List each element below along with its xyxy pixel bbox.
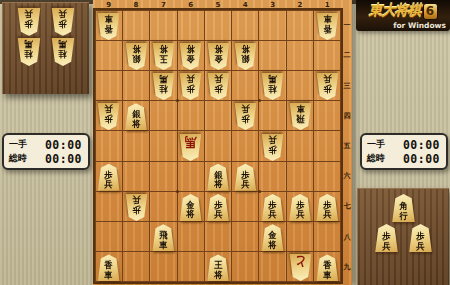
board-square[interactable]: [314, 41, 341, 71]
board-square[interactable]: [178, 131, 205, 161]
hand-piece-gote[interactable]: 歩兵: [17, 8, 41, 36]
board-grid[interactable]: [95, 10, 341, 282]
board-square[interactable]: [96, 11, 123, 41]
file-label: 4: [232, 0, 259, 10]
board-square[interactable]: [150, 101, 177, 131]
board-square[interactable]: [150, 41, 177, 71]
gote-captured-stand: 歩兵歩兵桂馬桂馬: [2, 2, 89, 94]
board-square[interactable]: [232, 222, 259, 252]
rank-label: 五: [342, 131, 352, 161]
file-label: 3: [259, 0, 286, 10]
board-square[interactable]: [232, 252, 259, 282]
board-square[interactable]: [205, 162, 232, 192]
app-logo-version: 6: [423, 3, 438, 20]
board-square[interactable]: [178, 162, 205, 192]
file-label: 6: [177, 0, 204, 10]
board-square[interactable]: [96, 131, 123, 161]
board-square[interactable]: [178, 192, 205, 222]
board-square[interactable]: [287, 192, 314, 222]
file-label: 1: [314, 0, 341, 10]
board-square[interactable]: [178, 11, 205, 41]
board-square[interactable]: [123, 71, 150, 101]
board-square[interactable]: [123, 11, 150, 41]
board-square[interactable]: [232, 11, 259, 41]
board-square[interactable]: [259, 222, 286, 252]
board-square[interactable]: [150, 192, 177, 222]
board-square[interactable]: [314, 71, 341, 101]
sente-move-time-value: 00:00: [403, 138, 440, 152]
hand-piece-sente[interactable]: 歩兵: [409, 224, 433, 252]
board-square[interactable]: [259, 131, 286, 161]
board-square[interactable]: [123, 162, 150, 192]
board-square[interactable]: [178, 252, 205, 282]
gote-total-time-value: 00:00: [45, 152, 82, 166]
board-square[interactable]: [96, 41, 123, 71]
board-square[interactable]: [150, 222, 177, 252]
rank-label: 九: [342, 252, 352, 282]
board-square[interactable]: [259, 71, 286, 101]
board-square[interactable]: [96, 162, 123, 192]
board-square[interactable]: [123, 41, 150, 71]
board-square[interactable]: [150, 252, 177, 282]
app-logo-title: 東大将棋: [369, 2, 421, 20]
board-square[interactable]: [150, 71, 177, 101]
board-square[interactable]: [123, 192, 150, 222]
file-label: 2: [286, 0, 313, 10]
file-coordinate-labels: 987654321: [95, 0, 341, 10]
hand-piece-sente[interactable]: 角行: [392, 194, 416, 222]
board-square[interactable]: [259, 41, 286, 71]
hand-piece-gote[interactable]: 桂馬: [17, 38, 41, 66]
file-label: 9: [95, 0, 122, 10]
shogi-app-window: 歩兵歩兵桂馬桂馬 一手 00:00 総時 00:00 987654321 香車香…: [0, 0, 450, 285]
rank-label: 八: [342, 222, 352, 252]
board-square[interactable]: [205, 101, 232, 131]
app-logo-subtitle: for Windows: [393, 21, 446, 30]
board-square[interactable]: [287, 101, 314, 131]
board-square[interactable]: [259, 101, 286, 131]
board-square[interactable]: [287, 71, 314, 101]
gote-move-time-value: 00:00: [45, 138, 82, 152]
board-square[interactable]: [178, 101, 205, 131]
board-square[interactable]: [150, 11, 177, 41]
board-square[interactable]: [205, 131, 232, 161]
board-square[interactable]: [259, 162, 286, 192]
board-square[interactable]: [178, 41, 205, 71]
board-square[interactable]: [205, 192, 232, 222]
board-square[interactable]: [96, 192, 123, 222]
rank-label: 一: [342, 10, 352, 40]
board-square[interactable]: [150, 131, 177, 161]
board-square[interactable]: [287, 131, 314, 161]
shogi-board: 987654321 香車香車銀将玉将金将金将銀将桂馬歩兵歩兵桂馬歩兵歩兵銀将歩兵…: [93, 0, 352, 285]
board-square[interactable]: [123, 252, 150, 282]
board-square[interactable]: [205, 41, 232, 71]
board-square[interactable]: [287, 222, 314, 252]
sente-clock-panel: 一手 00:00 総時 00:00: [360, 133, 448, 170]
board-square[interactable]: [287, 252, 314, 282]
sente-total-time-value: 00:00: [403, 152, 440, 166]
app-logo: 東大将棋 6 for Windows: [356, 0, 450, 31]
board-square[interactable]: [314, 101, 341, 131]
board-square[interactable]: [96, 101, 123, 131]
board-square[interactable]: [123, 101, 150, 131]
file-label: 8: [122, 0, 149, 10]
board-square[interactable]: [232, 71, 259, 101]
hand-piece-gote[interactable]: 歩兵: [51, 8, 75, 36]
board-square[interactable]: [205, 71, 232, 101]
file-label: 7: [150, 0, 177, 10]
board-square[interactable]: [205, 252, 232, 282]
board-square[interactable]: [96, 71, 123, 101]
board-square[interactable]: [314, 162, 341, 192]
board-square[interactable]: [232, 41, 259, 71]
board-square[interactable]: [232, 192, 259, 222]
board-square[interactable]: [232, 131, 259, 161]
rank-label: 七: [342, 191, 352, 221]
sente-move-time-label: 一手: [367, 138, 385, 151]
board-square[interactable]: [259, 252, 286, 282]
rank-label: 三: [342, 70, 352, 100]
file-label: 5: [204, 0, 231, 10]
board-square[interactable]: [205, 11, 232, 41]
board-square[interactable]: [96, 252, 123, 282]
board-square[interactable]: [259, 11, 286, 41]
gote-move-time-label: 一手: [9, 138, 27, 151]
board-square[interactable]: [314, 222, 341, 252]
hand-piece-gote[interactable]: 桂馬: [51, 38, 75, 66]
board-square[interactable]: [287, 41, 314, 71]
board-square[interactable]: [314, 252, 341, 282]
board-square[interactable]: [150, 162, 177, 192]
gote-hand-rows: 歩兵歩兵桂馬桂馬: [3, 7, 89, 67]
board-square[interactable]: [178, 71, 205, 101]
rank-coordinate-labels: 一二三四五六七八九: [342, 10, 352, 282]
gote-total-time-label: 総時: [9, 152, 27, 165]
board-square[interactable]: [232, 162, 259, 192]
rank-label: 二: [342, 40, 352, 70]
board-square[interactable]: [96, 222, 123, 252]
board-square[interactable]: [123, 222, 150, 252]
board-square[interactable]: [259, 192, 286, 222]
board-square[interactable]: [205, 222, 232, 252]
board-square[interactable]: [314, 11, 341, 41]
board-square[interactable]: [123, 131, 150, 161]
board-square[interactable]: [232, 101, 259, 131]
board-square[interactable]: [314, 131, 341, 161]
hand-piece-sente[interactable]: 歩兵: [375, 224, 399, 252]
gote-clock-panel: 一手 00:00 総時 00:00: [2, 133, 90, 170]
rank-label: 四: [342, 101, 352, 131]
board-square[interactable]: [314, 192, 341, 222]
sente-hand-rows: 角行歩兵歩兵: [358, 193, 449, 253]
board-square[interactable]: [287, 162, 314, 192]
board-square[interactable]: [287, 11, 314, 41]
rank-label: 六: [342, 161, 352, 191]
sente-captured-stand: 角行歩兵歩兵: [357, 188, 449, 285]
sente-total-time-label: 総時: [367, 152, 385, 165]
board-square[interactable]: [178, 222, 205, 252]
